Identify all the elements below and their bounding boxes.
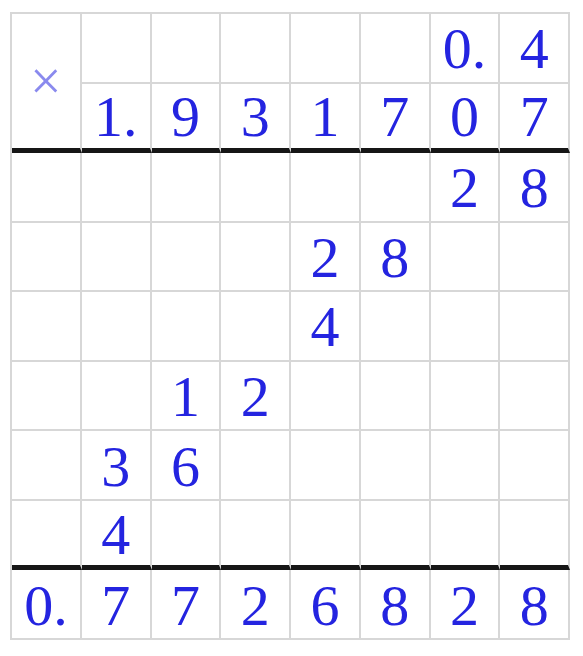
cell-r4c4 — [221, 223, 291, 293]
cell-r5c6 — [361, 292, 431, 362]
cell-r8c1 — [12, 501, 82, 571]
cell-r1c6 — [361, 14, 431, 84]
cell-r2c3: 9 — [152, 84, 222, 154]
cell-r4c5: 2 — [291, 223, 361, 293]
cell-r5c5: 4 — [291, 292, 361, 362]
cell-r8c4 — [221, 501, 291, 571]
cell-r2c7: 0 — [431, 84, 501, 154]
cell-r6c1 — [12, 362, 82, 432]
cell-r9c5: 6 — [291, 570, 361, 640]
cell-r5c1 — [12, 292, 82, 362]
cell-r9c2: 7 — [82, 570, 152, 640]
cell-r2c4: 3 — [221, 84, 291, 154]
cell-r4c3 — [152, 223, 222, 293]
cell-r1c5 — [291, 14, 361, 84]
cell-r1c7: 0. — [431, 14, 501, 84]
cell-r1c3 — [152, 14, 222, 84]
cell-r3c7: 2 — [431, 153, 501, 223]
cell-r9c8: 8 — [500, 570, 570, 640]
multiplication-grid: ×0.41.93170728284123640.7726828 — [10, 12, 570, 640]
cell-r1c8: 4 — [500, 14, 570, 84]
cell-r6c3: 1 — [152, 362, 222, 432]
cell-r6c2 — [82, 362, 152, 432]
cell-r3c8: 8 — [500, 153, 570, 223]
cell-r5c8 — [500, 292, 570, 362]
cell-r3c1 — [12, 153, 82, 223]
cell-r5c3 — [152, 292, 222, 362]
cell-r4c6: 8 — [361, 223, 431, 293]
cell-r7c4 — [221, 431, 291, 501]
cell-r2c6: 7 — [361, 84, 431, 154]
cell-r4c1 — [12, 223, 82, 293]
cell-r6c8 — [500, 362, 570, 432]
cell-r8c2: 4 — [82, 501, 152, 571]
operator-cell: × — [12, 14, 82, 153]
cell-r9c7: 2 — [431, 570, 501, 640]
cell-r4c2 — [82, 223, 152, 293]
cell-r3c2 — [82, 153, 152, 223]
cell-r5c4 — [221, 292, 291, 362]
cell-r6c7 — [431, 362, 501, 432]
cell-r7c2: 3 — [82, 431, 152, 501]
cell-r7c8 — [500, 431, 570, 501]
cell-r4c7 — [431, 223, 501, 293]
cell-r7c7 — [431, 431, 501, 501]
cell-r2c2: 1. — [82, 84, 152, 154]
cell-r6c4: 2 — [221, 362, 291, 432]
cell-r6c6 — [361, 362, 431, 432]
cell-r1c2 — [82, 14, 152, 84]
cell-r1c4 — [221, 14, 291, 84]
cell-r8c7 — [431, 501, 501, 571]
multiplication-worksheet: ×0.41.93170728284123640.7726828 — [0, 0, 583, 656]
cell-r2c8: 7 — [500, 84, 570, 154]
cell-r3c3 — [152, 153, 222, 223]
cell-r3c5 — [291, 153, 361, 223]
cell-r5c7 — [431, 292, 501, 362]
cell-r8c5 — [291, 501, 361, 571]
cell-r8c3 — [152, 501, 222, 571]
cell-r3c6 — [361, 153, 431, 223]
cell-r9c3: 7 — [152, 570, 222, 640]
cell-r7c3: 6 — [152, 431, 222, 501]
cell-r7c5 — [291, 431, 361, 501]
cell-r7c1 — [12, 431, 82, 501]
cell-r9c1: 0. — [12, 570, 82, 640]
cell-r7c6 — [361, 431, 431, 501]
cell-r3c4 — [221, 153, 291, 223]
cell-r9c6: 8 — [361, 570, 431, 640]
cell-r2c5: 1 — [291, 84, 361, 154]
cell-r8c8 — [500, 501, 570, 571]
cell-r5c2 — [82, 292, 152, 362]
cell-r9c4: 2 — [221, 570, 291, 640]
cell-r8c6 — [361, 501, 431, 571]
cell-r6c5 — [291, 362, 361, 432]
cell-r4c8 — [500, 223, 570, 293]
